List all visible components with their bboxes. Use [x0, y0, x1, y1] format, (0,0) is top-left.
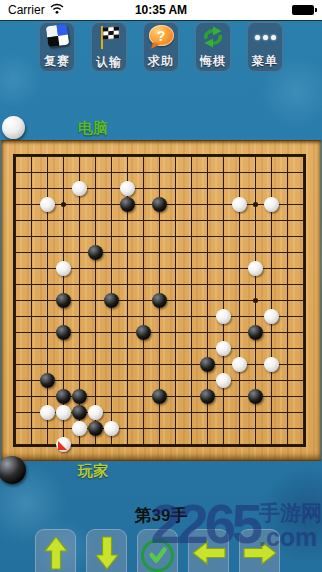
white-stone [264, 357, 279, 372]
black-stone [248, 325, 263, 340]
black-stone [136, 325, 151, 340]
white-stone [120, 181, 135, 196]
black-stone [56, 293, 71, 308]
help-button[interactable]: ? 求助 [143, 22, 179, 72]
last-move-marker [58, 441, 67, 450]
resign-label: 认输 [96, 54, 122, 71]
battery-icon [292, 5, 314, 15]
recycle-arrows-icon [201, 25, 225, 53]
menu-button[interactable]: 菜单 [247, 22, 283, 72]
white-stone [216, 373, 231, 388]
black-stone [56, 389, 71, 404]
black-stone [56, 325, 71, 340]
down-arrow-icon [94, 535, 120, 572]
resign-button[interactable]: 认输 [91, 22, 127, 72]
white-stone [56, 437, 71, 452]
computer-white-stone-icon [2, 116, 25, 139]
undo-button[interactable]: 悔棋 [195, 22, 231, 72]
up-arrow-icon [43, 535, 69, 572]
menu-label: 菜单 [252, 53, 278, 70]
black-stone [104, 293, 119, 308]
confirm-button[interactable] [137, 529, 178, 572]
white-stone [232, 197, 247, 212]
white-stone [56, 261, 71, 276]
black-stone [72, 389, 87, 404]
bottom-controls [35, 529, 280, 572]
black-stone [72, 405, 87, 420]
black-stone [152, 293, 167, 308]
black-stone [200, 357, 215, 372]
ellipsis-icon [255, 25, 276, 49]
next-button[interactable] [239, 529, 280, 572]
left-arrow-icon [191, 540, 227, 570]
move-counter: 第39手 [0, 504, 322, 527]
black-stone [200, 389, 215, 404]
player-black-stone-icon [0, 456, 26, 484]
player-label: 玩家 [78, 462, 108, 481]
check-circle-icon [141, 539, 174, 572]
question-bubble-icon: ? [149, 25, 174, 46]
black-stone [88, 421, 103, 436]
replay-button[interactable]: 复赛 [39, 22, 75, 72]
computer-label: 电脑 [78, 119, 108, 138]
up-button[interactable] [35, 529, 76, 572]
star-point [61, 202, 66, 207]
star-point [253, 298, 258, 303]
black-stone [40, 373, 55, 388]
clock-time: 10:35 AM [0, 3, 322, 17]
prev-button[interactable] [188, 529, 229, 572]
star-point [253, 202, 258, 207]
white-stone [232, 357, 247, 372]
board-grid[interactable] [13, 154, 306, 447]
white-stone [72, 181, 87, 196]
white-stone [72, 421, 87, 436]
white-stone [40, 405, 55, 420]
white-stone [88, 405, 103, 420]
undo-label: 悔棋 [200, 53, 226, 70]
white-stone [40, 197, 55, 212]
white-stone [56, 405, 71, 420]
black-stone [248, 389, 263, 404]
right-arrow-icon [242, 540, 278, 570]
go-board[interactable] [1, 140, 321, 461]
app-screen: Carrier 10:35 AM 复赛 [0, 0, 322, 572]
replay-label: 复赛 [44, 53, 70, 70]
black-stone [88, 245, 103, 260]
white-stone [264, 197, 279, 212]
black-stone [152, 197, 167, 212]
white-stone [104, 421, 119, 436]
help-label: 求助 [148, 53, 174, 70]
checkered-flag-icon [97, 25, 121, 54]
board-cube-icon [45, 24, 69, 48]
status-bar: Carrier 10:35 AM [0, 0, 322, 21]
toolbar: 复赛 认输 ? 求助 [39, 22, 283, 72]
black-stone [152, 389, 167, 404]
black-stone [120, 197, 135, 212]
white-stone [216, 341, 231, 356]
white-stone [216, 309, 231, 324]
white-stone [248, 261, 263, 276]
down-button[interactable] [86, 529, 127, 572]
white-stone [264, 309, 279, 324]
